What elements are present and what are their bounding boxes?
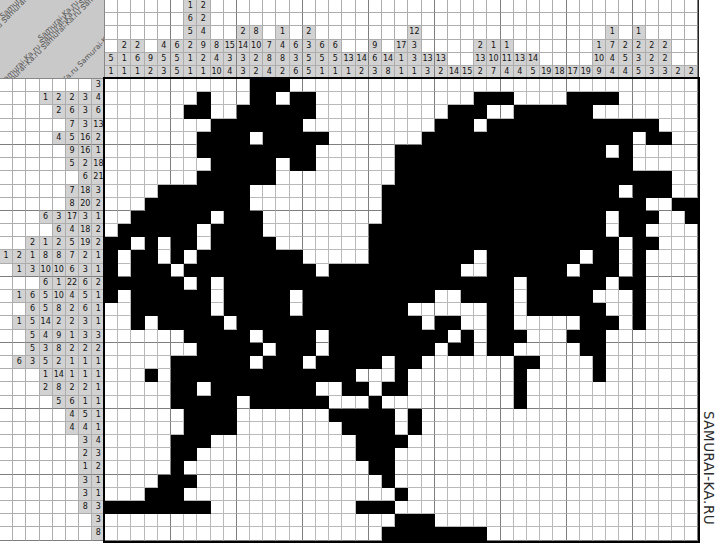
grid-cell-filled[interactable] (276, 290, 289, 303)
grid-cell-empty[interactable] (685, 171, 698, 184)
grid-cell-empty[interactable] (118, 171, 131, 184)
grid-cell-empty[interactable] (487, 356, 500, 369)
grid-cell-empty[interactable] (145, 356, 158, 369)
grid-cell-filled[interactable] (211, 316, 224, 329)
grid-cell-empty[interactable] (303, 461, 316, 474)
grid-cell-filled[interactable] (171, 277, 184, 290)
grid-cell-filled[interactable] (593, 198, 606, 211)
grid-cell-empty[interactable] (369, 198, 382, 211)
grid-cell-empty[interactable] (685, 92, 698, 105)
grid-cell-filled[interactable] (171, 356, 184, 369)
grid-cell-empty[interactable] (408, 475, 421, 488)
grid-cell-filled[interactable] (448, 105, 461, 118)
grid-cell-empty[interactable] (685, 224, 698, 237)
grid-cell-filled[interactable] (290, 264, 303, 277)
grid-cell-empty[interactable] (527, 448, 540, 461)
grid-cell-empty[interactable] (422, 409, 435, 422)
grid-cell-empty[interactable] (158, 527, 171, 540)
grid-cell-filled[interactable] (408, 277, 421, 290)
grid-cell-empty[interactable] (276, 461, 289, 474)
grid-cell-empty[interactable] (105, 475, 118, 488)
grid-cell-filled[interactable] (171, 303, 184, 316)
grid-cell-empty[interactable] (487, 514, 500, 527)
grid-cell-empty[interactable] (171, 527, 184, 540)
grid-cell-empty[interactable] (633, 409, 646, 422)
grid-cell-filled[interactable] (593, 211, 606, 224)
grid-cell-filled[interactable] (474, 158, 487, 171)
grid-cell-filled[interactable] (382, 527, 395, 540)
grid-cell-filled[interactable] (487, 343, 500, 356)
grid-cell-empty[interactable] (408, 435, 421, 448)
grid-cell-filled[interactable] (184, 330, 197, 343)
grid-cell-empty[interactable] (342, 119, 355, 132)
grid-cell-filled[interactable] (145, 303, 158, 316)
grid-cell-empty[interactable] (395, 92, 408, 105)
grid-cell-filled[interactable] (224, 264, 237, 277)
grid-cell-filled[interactable] (474, 527, 487, 540)
grid-cell-filled[interactable] (184, 382, 197, 395)
grid-cell-empty[interactable] (461, 409, 474, 422)
grid-cell-empty[interactable] (659, 145, 672, 158)
grid-cell-filled[interactable] (369, 303, 382, 316)
grid-cell-empty[interactable] (672, 132, 685, 145)
grid-cell-filled[interactable] (435, 237, 448, 250)
grid-cell-filled[interactable] (435, 158, 448, 171)
grid-cell-filled[interactable] (303, 158, 316, 171)
grid-cell-empty[interactable] (487, 448, 500, 461)
grid-cell-filled[interactable] (540, 132, 553, 145)
grid-cell-empty[interactable] (342, 488, 355, 501)
grid-cell-filled[interactable] (382, 343, 395, 356)
grid-cell-filled[interactable] (342, 369, 355, 382)
grid-cell-filled[interactable] (580, 132, 593, 145)
grid-cell-empty[interactable] (369, 211, 382, 224)
grid-cell-empty[interactable] (567, 435, 580, 448)
grid-cell-empty[interactable] (145, 132, 158, 145)
grid-cell-filled[interactable] (211, 369, 224, 382)
grid-cell-filled[interactable] (131, 224, 144, 237)
grid-cell-empty[interactable] (408, 448, 421, 461)
grid-cell-filled[interactable] (171, 501, 184, 514)
grid-cell-empty[interactable] (422, 92, 435, 105)
grid-cell-empty[interactable] (369, 185, 382, 198)
grid-cell-empty[interactable] (342, 448, 355, 461)
grid-cell-filled[interactable] (435, 250, 448, 263)
grid-cell-filled[interactable] (303, 132, 316, 145)
grid-cell-empty[interactable] (448, 501, 461, 514)
grid-cell-empty[interactable] (342, 105, 355, 118)
grid-cell-empty[interactable] (672, 237, 685, 250)
grid-cell-empty[interactable] (514, 461, 527, 474)
grid-cell-empty[interactable] (659, 330, 672, 343)
grid-cell-filled[interactable] (237, 145, 250, 158)
grid-cell-filled[interactable] (553, 158, 566, 171)
grid-cell-filled[interactable] (448, 198, 461, 211)
grid-cell-filled[interactable] (435, 132, 448, 145)
grid-cell-empty[interactable] (237, 514, 250, 527)
grid-cell-filled[interactable] (501, 211, 514, 224)
grid-cell-filled[interactable] (527, 224, 540, 237)
grid-cell-filled[interactable] (501, 237, 514, 250)
grid-cell-filled[interactable] (211, 409, 224, 422)
grid-cell-filled[interactable] (593, 171, 606, 184)
grid-cell-empty[interactable] (276, 422, 289, 435)
grid-cell-empty[interactable] (316, 119, 329, 132)
grid-cell-empty[interactable] (606, 330, 619, 343)
grid-cell-empty[interactable] (145, 158, 158, 171)
grid-cell-empty[interactable] (158, 171, 171, 184)
grid-cell-empty[interactable] (527, 382, 540, 395)
grid-cell-empty[interactable] (303, 422, 316, 435)
grid-cell-empty[interactable] (685, 514, 698, 527)
grid-cell-empty[interactable] (619, 356, 632, 369)
grid-cell-empty[interactable] (593, 488, 606, 501)
grid-cell-empty[interactable] (448, 382, 461, 395)
grid-cell-filled[interactable] (184, 185, 197, 198)
grid-cell-empty[interactable] (646, 264, 659, 277)
grid-cell-filled[interactable] (382, 250, 395, 263)
grid-cell-filled[interactable] (356, 409, 369, 422)
grid-cell-empty[interactable] (158, 250, 171, 263)
grid-cell-empty[interactable] (118, 92, 131, 105)
grid-cell-empty[interactable] (158, 396, 171, 409)
grid-cell-filled[interactable] (276, 105, 289, 118)
grid-cell-filled[interactable] (211, 382, 224, 395)
grid-cell-empty[interactable] (171, 79, 184, 92)
grid-cell-filled[interactable] (342, 356, 355, 369)
grid-cell-empty[interactable] (435, 461, 448, 474)
grid-cell-filled[interactable] (633, 264, 646, 277)
grid-cell-empty[interactable] (224, 501, 237, 514)
grid-cell-filled[interactable] (633, 316, 646, 329)
grid-cell-empty[interactable] (131, 171, 144, 184)
grid-cell-filled[interactable] (316, 290, 329, 303)
grid-cell-filled[interactable] (316, 132, 329, 145)
grid-cell-empty[interactable] (158, 369, 171, 382)
grid-cell-empty[interactable] (408, 461, 421, 474)
grid-cell-empty[interactable] (316, 435, 329, 448)
grid-cell-empty[interactable] (369, 158, 382, 171)
grid-cell-filled[interactable] (606, 250, 619, 263)
grid-cell-filled[interactable] (263, 145, 276, 158)
grid-cell-empty[interactable] (501, 382, 514, 395)
grid-cell-filled[interactable] (158, 185, 171, 198)
grid-cell-empty[interactable] (646, 527, 659, 540)
grid-cell-empty[interactable] (342, 132, 355, 145)
grid-cell-empty[interactable] (553, 448, 566, 461)
grid-cell-empty[interactable] (685, 303, 698, 316)
grid-cell-empty[interactable] (422, 316, 435, 329)
grid-cell-empty[interactable] (553, 488, 566, 501)
grid-cell-empty[interactable] (408, 79, 421, 92)
grid-cell-empty[interactable] (672, 396, 685, 409)
grid-cell-empty[interactable] (580, 422, 593, 435)
grid-cell-filled[interactable] (527, 250, 540, 263)
grid-cell-empty[interactable] (633, 158, 646, 171)
grid-cell-filled[interactable] (408, 198, 421, 211)
grid-cell-empty[interactable] (580, 475, 593, 488)
grid-cell-empty[interactable] (263, 198, 276, 211)
grid-cell-filled[interactable] (145, 488, 158, 501)
grid-cell-filled[interactable] (197, 435, 210, 448)
grid-cell-empty[interactable] (382, 171, 395, 184)
grid-cell-filled[interactable] (527, 198, 540, 211)
grid-cell-filled[interactable] (211, 145, 224, 158)
grid-cell-empty[interactable] (263, 422, 276, 435)
grid-cell-empty[interactable] (474, 396, 487, 409)
grid-cell-empty[interactable] (606, 461, 619, 474)
grid-cell-empty[interactable] (342, 435, 355, 448)
grid-cell-empty[interactable] (487, 527, 500, 540)
grid-cell-empty[interactable] (659, 264, 672, 277)
grid-cell-empty[interactable] (237, 422, 250, 435)
grid-cell-empty[interactable] (514, 316, 527, 329)
grid-cell-filled[interactable] (540, 264, 553, 277)
grid-cell-filled[interactable] (197, 330, 210, 343)
grid-cell-filled[interactable] (276, 250, 289, 263)
grid-cell-filled[interactable] (184, 448, 197, 461)
grid-cell-empty[interactable] (593, 382, 606, 395)
grid-cell-empty[interactable] (646, 461, 659, 474)
grid-cell-filled[interactable] (514, 158, 527, 171)
grid-cell-empty[interactable] (685, 488, 698, 501)
grid-cell-empty[interactable] (567, 264, 580, 277)
grid-cell-empty[interactable] (145, 330, 158, 343)
grid-cell-empty[interactable] (619, 105, 632, 118)
grid-cell-filled[interactable] (606, 119, 619, 132)
grid-cell-empty[interactable] (329, 461, 342, 474)
grid-cell-filled[interactable] (382, 448, 395, 461)
grid-cell-empty[interactable] (356, 461, 369, 474)
grid-cell-empty[interactable] (131, 369, 144, 382)
grid-cell-empty[interactable] (580, 448, 593, 461)
grid-cell-empty[interactable] (619, 501, 632, 514)
grid-cell-empty[interactable] (131, 488, 144, 501)
grid-cell-empty[interactable] (342, 514, 355, 527)
grid-cell-empty[interactable] (435, 396, 448, 409)
grid-cell-empty[interactable] (276, 435, 289, 448)
grid-cell-empty[interactable] (619, 250, 632, 263)
grid-cell-empty[interactable] (435, 290, 448, 303)
grid-cell-filled[interactable] (514, 382, 527, 395)
grid-cell-empty[interactable] (263, 409, 276, 422)
grid-cell-empty[interactable] (606, 105, 619, 118)
grid-cell-empty[interactable] (145, 92, 158, 105)
grid-cell-filled[interactable] (422, 290, 435, 303)
grid-cell-empty[interactable] (171, 264, 184, 277)
grid-cell-empty[interactable] (553, 422, 566, 435)
grid-cell-filled[interactable] (659, 171, 672, 184)
grid-cell-empty[interactable] (540, 475, 553, 488)
grid-cell-filled[interactable] (382, 198, 395, 211)
grid-cell-empty[interactable] (474, 382, 487, 395)
grid-cell-empty[interactable] (197, 461, 210, 474)
grid-cell-empty[interactable] (646, 330, 659, 343)
grid-cell-filled[interactable] (329, 356, 342, 369)
grid-cell-empty[interactable] (224, 461, 237, 474)
grid-cell-filled[interactable] (250, 277, 263, 290)
grid-cell-empty[interactable] (131, 105, 144, 118)
grid-cell-empty[interactable] (567, 382, 580, 395)
grid-cell-empty[interactable] (685, 264, 698, 277)
grid-cell-empty[interactable] (514, 343, 527, 356)
grid-cell-filled[interactable] (197, 198, 210, 211)
grid-cell-filled[interactable] (408, 343, 421, 356)
grid-cell-filled[interactable] (395, 290, 408, 303)
grid-cell-filled[interactable] (303, 316, 316, 329)
grid-cell-empty[interactable] (540, 527, 553, 540)
grid-cell-empty[interactable] (659, 277, 672, 290)
grid-cell-filled[interactable] (382, 435, 395, 448)
grid-cell-empty[interactable] (342, 527, 355, 540)
grid-cell-empty[interactable] (118, 514, 131, 527)
grid-cell-empty[interactable] (395, 396, 408, 409)
grid-cell-filled[interactable] (356, 264, 369, 277)
grid-cell-filled[interactable] (250, 224, 263, 237)
grid-cell-filled[interactable] (633, 237, 646, 250)
grid-cell-empty[interactable] (553, 501, 566, 514)
grid-cell-filled[interactable] (276, 382, 289, 395)
grid-cell-filled[interactable] (276, 277, 289, 290)
grid-cell-empty[interactable] (171, 514, 184, 527)
grid-cell-empty[interactable] (659, 514, 672, 527)
grid-cell-empty[interactable] (184, 119, 197, 132)
grid-cell-empty[interactable] (606, 343, 619, 356)
grid-cell-filled[interactable] (567, 303, 580, 316)
grid-cell-empty[interactable] (145, 527, 158, 540)
grid-cell-empty[interactable] (553, 396, 566, 409)
grid-cell-empty[interactable] (606, 475, 619, 488)
grid-cell-empty[interactable] (211, 92, 224, 105)
grid-cell-filled[interactable] (237, 211, 250, 224)
grid-cell-empty[interactable] (303, 185, 316, 198)
grid-cell-empty[interactable] (448, 396, 461, 409)
grid-cell-filled[interactable] (527, 211, 540, 224)
grid-cell-filled[interactable] (211, 198, 224, 211)
grid-cell-filled[interactable] (633, 250, 646, 263)
grid-cell-empty[interactable] (395, 422, 408, 435)
grid-cell-empty[interactable] (145, 422, 158, 435)
grid-cell-filled[interactable] (461, 158, 474, 171)
grid-cell-filled[interactable] (514, 396, 527, 409)
grid-cell-empty[interactable] (487, 105, 500, 118)
grid-cell-empty[interactable] (422, 303, 435, 316)
grid-cell-empty[interactable] (527, 501, 540, 514)
grid-cell-filled[interactable] (527, 105, 540, 118)
grid-cell-empty[interactable] (224, 92, 237, 105)
grid-cell-empty[interactable] (382, 145, 395, 158)
grid-cell-filled[interactable] (487, 185, 500, 198)
grid-cell-filled[interactable] (474, 277, 487, 290)
grid-cell-empty[interactable] (118, 158, 131, 171)
grid-cell-empty[interactable] (501, 435, 514, 448)
grid-cell-empty[interactable] (105, 92, 118, 105)
grid-cell-empty[interactable] (435, 92, 448, 105)
grid-cell-empty[interactable] (356, 237, 369, 250)
grid-cell-empty[interactable] (356, 396, 369, 409)
grid-cell-filled[interactable] (224, 119, 237, 132)
grid-cell-empty[interactable] (580, 527, 593, 540)
grid-cell-empty[interactable] (329, 171, 342, 184)
grid-cell-empty[interactable] (303, 435, 316, 448)
grid-cell-filled[interactable] (237, 369, 250, 382)
grid-cell-empty[interactable] (593, 396, 606, 409)
grid-cell-filled[interactable] (646, 185, 659, 198)
grid-cell-filled[interactable] (435, 211, 448, 224)
grid-cell-empty[interactable] (356, 475, 369, 488)
grid-cell-filled[interactable] (184, 435, 197, 448)
grid-cell-filled[interactable] (448, 237, 461, 250)
grid-cell-empty[interactable] (211, 211, 224, 224)
grid-cell-empty[interactable] (422, 105, 435, 118)
grid-cell-filled[interactable] (329, 264, 342, 277)
grid-cell-empty[interactable] (118, 316, 131, 329)
grid-cell-empty[interactable] (474, 356, 487, 369)
grid-cell-filled[interactable] (593, 185, 606, 198)
grid-cell-empty[interactable] (303, 79, 316, 92)
grid-cell-filled[interactable] (395, 316, 408, 329)
grid-cell-empty[interactable] (290, 79, 303, 92)
grid-cell-empty[interactable] (145, 409, 158, 422)
grid-cell-empty[interactable] (290, 461, 303, 474)
grid-cell-empty[interactable] (224, 105, 237, 118)
grid-cell-filled[interactable] (619, 277, 632, 290)
grid-cell-empty[interactable] (105, 132, 118, 145)
grid-cell-empty[interactable] (276, 185, 289, 198)
grid-cell-empty[interactable] (501, 396, 514, 409)
grid-cell-filled[interactable] (659, 185, 672, 198)
grid-cell-empty[interactable] (659, 224, 672, 237)
grid-cell-empty[interactable] (659, 119, 672, 132)
grid-cell-filled[interactable] (342, 330, 355, 343)
grid-cell-empty[interactable] (369, 514, 382, 527)
grid-cell-filled[interactable] (224, 171, 237, 184)
grid-cell-filled[interactable] (237, 105, 250, 118)
grid-cell-empty[interactable] (501, 356, 514, 369)
grid-cell-filled[interactable] (276, 356, 289, 369)
grid-cell-empty[interactable] (435, 514, 448, 527)
grid-cell-empty[interactable] (145, 171, 158, 184)
grid-cell-filled[interactable] (171, 211, 184, 224)
grid-cell-filled[interactable] (197, 343, 210, 356)
grid-cell-filled[interactable] (461, 277, 474, 290)
grid-cell-empty[interactable] (263, 461, 276, 474)
grid-cell-filled[interactable] (184, 475, 197, 488)
grid-cell-empty[interactable] (316, 211, 329, 224)
grid-cell-filled[interactable] (290, 330, 303, 343)
grid-cell-empty[interactable] (501, 422, 514, 435)
grid-cell-filled[interactable] (567, 185, 580, 198)
grid-cell-filled[interactable] (422, 250, 435, 263)
grid-cell-empty[interactable] (356, 105, 369, 118)
grid-cell-filled[interactable] (448, 527, 461, 540)
grid-cell-filled[interactable] (197, 501, 210, 514)
grid-cell-empty[interactable] (448, 488, 461, 501)
grid-cell-empty[interactable] (197, 119, 210, 132)
grid-cell-empty[interactable] (211, 514, 224, 527)
grid-cell-empty[interactable] (659, 250, 672, 263)
grid-cell-filled[interactable] (356, 343, 369, 356)
grid-cell-empty[interactable] (619, 396, 632, 409)
grid-cell-empty[interactable] (606, 501, 619, 514)
grid-cell-filled[interactable] (197, 290, 210, 303)
grid-cell-empty[interactable] (435, 369, 448, 382)
grid-cell-empty[interactable] (118, 250, 131, 263)
grid-cell-empty[interactable] (329, 237, 342, 250)
grid-cell-empty[interactable] (633, 475, 646, 488)
grid-cell-empty[interactable] (593, 105, 606, 118)
grid-cell-empty[interactable] (342, 501, 355, 514)
